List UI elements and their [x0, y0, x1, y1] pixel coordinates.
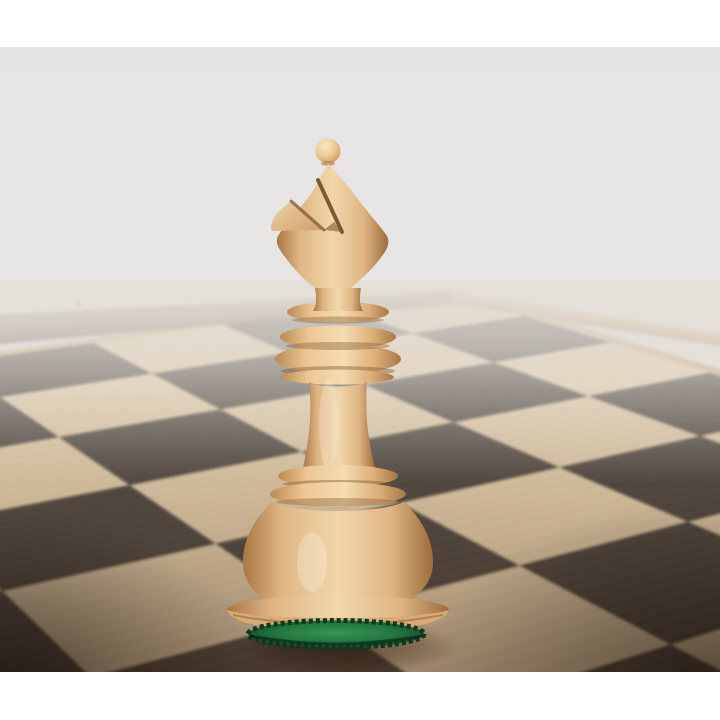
bishop-mitre — [271, 164, 388, 300]
photo-area: ♗ — [0, 47, 720, 672]
bishop-stem — [303, 380, 375, 470]
bishop-collar — [275, 288, 401, 385]
product-photo: ♗ — [0, 0, 720, 720]
bishop-base — [227, 465, 449, 633]
top-margin — [0, 0, 720, 47]
bishop-felt — [248, 621, 424, 648]
bishop-finial-ball — [316, 139, 341, 167]
bishop-piece — [217, 130, 457, 660]
bottom-margin — [0, 672, 720, 720]
